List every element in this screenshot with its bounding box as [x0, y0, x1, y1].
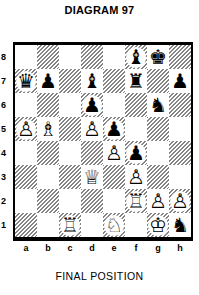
piece-wP-h2: ♙ [170, 191, 190, 212]
piece-bR-f7: ♜ [126, 71, 146, 92]
square-b6 [37, 93, 59, 117]
file-label-h: h [169, 243, 191, 253]
piece-bK-g8: ♚ [148, 47, 168, 68]
square-g5 [147, 117, 169, 141]
square-h4 [169, 141, 191, 165]
square-e2 [103, 189, 125, 213]
diagram-caption: FINAL POSITION [0, 270, 199, 282]
square-d6: ♟ [81, 93, 103, 117]
piece-bP-e5: ♟ [104, 119, 124, 140]
square-g4 [147, 141, 169, 165]
square-d5: ♙ [81, 117, 103, 141]
square-e6 [103, 93, 125, 117]
piece-bP-b7: ♟ [38, 71, 58, 92]
piece-bP-d6: ♟ [82, 95, 102, 116]
square-h5 [169, 117, 191, 141]
file-label-d: d [81, 243, 103, 253]
square-e1: ♘ [103, 213, 125, 237]
square-b3 [37, 165, 59, 189]
square-g1: ♔ [147, 213, 169, 237]
square-f1 [125, 213, 147, 237]
square-d7: ♝ [81, 69, 103, 93]
rank-labels: 87654321 [0, 42, 13, 241]
square-a5: ♙ [15, 117, 37, 141]
square-c5 [59, 117, 81, 141]
square-h6 [169, 93, 191, 117]
square-a7: ♛ [15, 69, 37, 93]
piece-bP-f4: ♟ [126, 143, 146, 164]
piece-bN-g6: ♞ [148, 95, 168, 116]
square-c8 [59, 45, 81, 69]
piece-wN-e1: ♘ [104, 215, 124, 236]
diagram-title: DIAGRAM 97 [0, 0, 199, 16]
rank-label-7: 7 [0, 69, 13, 93]
square-h7: ♟ [169, 69, 191, 93]
square-a6 [15, 93, 37, 117]
square-b1 [37, 213, 59, 237]
square-b8 [37, 45, 59, 69]
square-a3 [15, 165, 37, 189]
square-e7 [103, 69, 125, 93]
file-label-a: a [15, 243, 37, 253]
rank-label-6: 6 [0, 93, 13, 117]
piece-bB-d7: ♝ [82, 71, 102, 92]
chess-board: ♝♚♛♟♝♜♟♟♞♙♗♙♟♙♟♕♙♖♙♙♖♘♔♞ [13, 42, 193, 241]
piece-wQ-d3: ♕ [82, 167, 102, 188]
square-d4 [81, 141, 103, 165]
square-c7 [59, 69, 81, 93]
square-f5 [125, 117, 147, 141]
square-d3: ♕ [81, 165, 103, 189]
square-e8 [103, 45, 125, 69]
square-h1: ♞ [169, 213, 191, 237]
square-a4 [15, 141, 37, 165]
square-c3 [59, 165, 81, 189]
board-area: 87654321 ♝♚♛♟♝♜♟♟♞♙♗♙♟♙♟♕♙♖♙♙♖♘♔♞ [0, 42, 199, 241]
file-label-g: g [147, 243, 169, 253]
piece-bB-f8: ♝ [126, 47, 146, 68]
square-f6 [125, 93, 147, 117]
square-d1 [81, 213, 103, 237]
square-b5: ♗ [37, 117, 59, 141]
rank-label-3: 3 [0, 165, 13, 189]
file-label-b: b [37, 243, 59, 253]
square-c2 [59, 189, 81, 213]
rank-label-4: 4 [0, 141, 13, 165]
square-h8 [169, 45, 191, 69]
square-e5: ♟ [103, 117, 125, 141]
square-c1: ♖ [59, 213, 81, 237]
file-label-e: e [103, 243, 125, 253]
piece-wR-f2: ♖ [126, 191, 146, 212]
square-b4 [37, 141, 59, 165]
square-g8: ♚ [147, 45, 169, 69]
file-label-c: c [59, 243, 81, 253]
square-f4: ♟ [125, 141, 147, 165]
square-f3: ♙ [125, 165, 147, 189]
square-a1 [15, 213, 37, 237]
rank-label-2: 2 [0, 189, 13, 213]
piece-bP-h7: ♟ [170, 71, 190, 92]
rank-label-5: 5 [0, 117, 13, 141]
piece-bQ-a7: ♛ [16, 71, 36, 92]
square-c4 [59, 141, 81, 165]
square-b7: ♟ [37, 69, 59, 93]
square-d8 [81, 45, 103, 69]
file-labels: abcdefgh [15, 243, 199, 253]
square-h2: ♙ [169, 189, 191, 213]
square-d2 [81, 189, 103, 213]
square-g3 [147, 165, 169, 189]
square-f8: ♝ [125, 45, 147, 69]
rank-label-1: 1 [0, 213, 13, 237]
square-g7 [147, 69, 169, 93]
square-c6 [59, 93, 81, 117]
square-e4: ♙ [103, 141, 125, 165]
square-f7: ♜ [125, 69, 147, 93]
piece-wR-c1: ♖ [60, 215, 80, 236]
piece-wP-a5: ♙ [16, 119, 36, 140]
square-g2: ♙ [147, 189, 169, 213]
square-f2: ♖ [125, 189, 147, 213]
piece-wK-g1: ♔ [148, 215, 168, 236]
rank-label-8: 8 [0, 45, 13, 69]
square-b2 [37, 189, 59, 213]
square-g6: ♞ [147, 93, 169, 117]
file-label-f: f [125, 243, 147, 253]
square-h3 [169, 165, 191, 189]
square-a8 [15, 45, 37, 69]
piece-bN-h1: ♞ [170, 215, 190, 236]
piece-wB-b5: ♗ [38, 119, 58, 140]
chess-diagram: DIAGRAM 97 87654321 ♝♚♛♟♝♜♟♟♞♙♗♙♟♙♟♕♙♖♙♙… [0, 0, 199, 295]
piece-wP-g2: ♙ [148, 191, 168, 212]
piece-wP-f3: ♙ [126, 167, 146, 188]
square-a2 [15, 189, 37, 213]
piece-wP-e4: ♙ [104, 143, 124, 164]
square-e3 [103, 165, 125, 189]
piece-wP-d5: ♙ [82, 119, 102, 140]
